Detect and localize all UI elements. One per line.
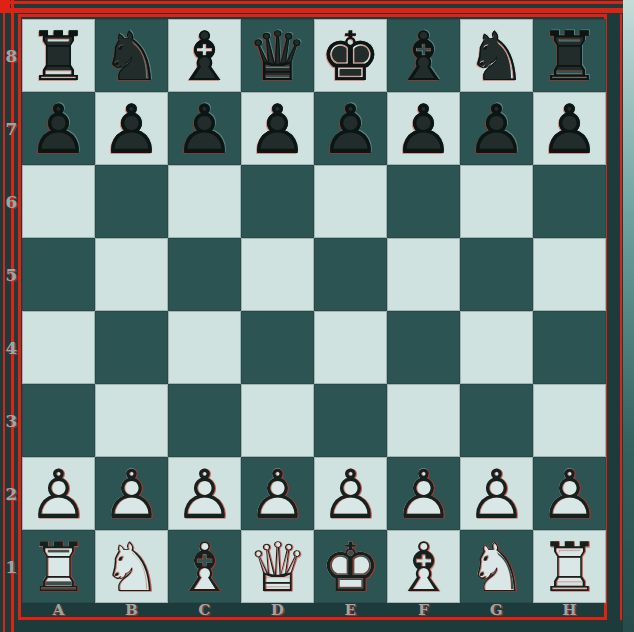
piece-white-queen[interactable]: ♛♕ [241,530,314,603]
piece-black-pawn[interactable]: ♟♙ [95,92,168,165]
square-b6[interactable] [95,165,168,238]
piece-white-pawn[interactable]: ♟♙ [314,457,387,530]
frame-top-line-outer [0,1,623,4]
chess-app: ♜♖♞♘♝♗♛♕♚♔♝♗♞♘♜♖♟♙♟♙♟♙♟♙♟♙♟♙♟♙♟♙♟♙♟♙♟♙♟♙… [0,0,634,632]
square-g7[interactable]: ♟♙ [460,92,533,165]
piece-outline-glyph: ♗ [387,19,460,92]
piece-white-bishop[interactable]: ♝♗ [168,530,241,603]
piece-outline-glyph: ♖ [22,19,95,92]
rank-label-7: 7 [2,92,21,165]
square-c7[interactable]: ♟♙ [168,92,241,165]
square-d2[interactable]: ♟♙ [241,457,314,530]
piece-outline-glyph: ♔ [314,530,387,603]
rank-label-3: 3 [2,384,21,457]
piece-outline-glyph: ♙ [22,457,95,530]
right-edge-strip [623,0,634,632]
piece-outline-glyph: ♙ [460,457,533,530]
square-g5[interactable] [460,238,533,311]
file-labels: ABCDEFGH [22,601,606,618]
square-f3[interactable] [387,384,460,457]
piece-white-king[interactable]: ♚♔ [314,530,387,603]
frame-top-line-inner [0,8,623,13]
square-e8[interactable]: ♚♔ [314,19,387,92]
square-b1[interactable]: ♞♘ [95,530,168,603]
square-f1[interactable]: ♝♗ [387,530,460,603]
piece-outline-glyph: ♖ [22,530,95,603]
piece-outline-glyph: ♖ [533,530,606,603]
piece-black-pawn[interactable]: ♟♙ [460,92,533,165]
file-label-a: A [22,601,95,618]
rank-label-4: 4 [2,311,21,384]
piece-outline-glyph: ♘ [95,19,168,92]
square-c2[interactable]: ♟♙ [168,457,241,530]
square-a1[interactable]: ♜♖ [22,530,95,603]
square-b2[interactable]: ♟♙ [95,457,168,530]
square-d8[interactable]: ♛♕ [241,19,314,92]
rank-label-5: 5 [2,238,21,311]
square-b5[interactable] [95,238,168,311]
square-a5[interactable] [22,238,95,311]
square-c8[interactable]: ♝♗ [168,19,241,92]
piece-black-pawn[interactable]: ♟♙ [241,92,314,165]
piece-white-pawn[interactable]: ♟♙ [95,457,168,530]
square-h6[interactable] [533,165,606,238]
square-b8[interactable]: ♞♘ [95,19,168,92]
piece-black-rook[interactable]: ♜♖ [22,19,95,92]
square-e4[interactable] [314,311,387,384]
piece-black-pawn[interactable]: ♟♙ [22,92,95,165]
piece-black-pawn[interactable]: ♟♙ [168,92,241,165]
file-label-g: G [460,601,533,618]
square-e6[interactable] [314,165,387,238]
piece-outline-glyph: ♙ [314,92,387,165]
piece-white-pawn[interactable]: ♟♙ [387,457,460,530]
square-g3[interactable] [460,384,533,457]
piece-black-bishop[interactable]: ♝♗ [387,19,460,92]
square-h3[interactable] [533,384,606,457]
rank-label-8: 8 [2,19,21,92]
square-g2[interactable]: ♟♙ [460,457,533,530]
square-f8[interactable]: ♝♗ [387,19,460,92]
piece-outline-glyph: ♘ [95,530,168,603]
piece-outline-glyph: ♙ [168,92,241,165]
square-f4[interactable] [387,311,460,384]
piece-black-rook[interactable]: ♜♖ [533,19,606,92]
square-b7[interactable]: ♟♙ [95,92,168,165]
piece-outline-glyph: ♙ [533,92,606,165]
square-h4[interactable] [533,311,606,384]
piece-white-pawn[interactable]: ♟♙ [168,457,241,530]
piece-outline-glyph: ♙ [241,457,314,530]
file-label-b: B [95,601,168,618]
square-e7[interactable]: ♟♙ [314,92,387,165]
square-c4[interactable] [168,311,241,384]
piece-white-pawn[interactable]: ♟♙ [533,457,606,530]
piece-black-bishop[interactable]: ♝♗ [168,19,241,92]
square-c1[interactable]: ♝♗ [168,530,241,603]
piece-outline-glyph: ♘ [460,19,533,92]
square-d6[interactable] [241,165,314,238]
square-d4[interactable] [241,311,314,384]
piece-outline-glyph: ♙ [387,457,460,530]
square-b4[interactable] [95,311,168,384]
piece-black-king[interactable]: ♚♔ [314,19,387,92]
piece-white-pawn[interactable]: ♟♙ [22,457,95,530]
square-e2[interactable]: ♟♙ [314,457,387,530]
file-label-h: H [533,601,606,618]
square-a8[interactable]: ♜♖ [22,19,95,92]
piece-outline-glyph: ♕ [241,19,314,92]
piece-outline-glyph: ♘ [460,530,533,603]
square-e1[interactable]: ♚♔ [314,530,387,603]
square-d5[interactable] [241,238,314,311]
square-c3[interactable] [168,384,241,457]
square-h2[interactable]: ♟♙ [533,457,606,530]
square-c6[interactable] [168,165,241,238]
square-g4[interactable] [460,311,533,384]
square-d3[interactable] [241,384,314,457]
piece-white-bishop[interactable]: ♝♗ [387,530,460,603]
square-b3[interactable] [95,384,168,457]
square-e3[interactable] [314,384,387,457]
piece-outline-glyph: ♗ [168,530,241,603]
frame-right-line [620,14,622,620]
piece-outline-glyph: ♗ [168,19,241,92]
file-label-c: C [168,601,241,618]
file-label-d: D [241,601,314,618]
piece-outline-glyph: ♗ [387,530,460,603]
piece-outline-glyph: ♖ [533,19,606,92]
frame-corner-mark [0,0,10,13]
piece-white-rook[interactable]: ♜♖ [533,530,606,603]
square-a4[interactable] [22,311,95,384]
piece-black-pawn[interactable]: ♟♙ [314,92,387,165]
piece-outline-glyph: ♙ [460,92,533,165]
square-h8[interactable]: ♜♖ [533,19,606,92]
piece-white-knight[interactable]: ♞♘ [95,530,168,603]
square-f5[interactable] [387,238,460,311]
square-a6[interactable] [22,165,95,238]
square-h7[interactable]: ♟♙ [533,92,606,165]
piece-black-queen[interactable]: ♛♕ [241,19,314,92]
piece-outline-glyph: ♕ [241,530,314,603]
square-d1[interactable]: ♛♕ [241,530,314,603]
piece-white-rook[interactable]: ♜♖ [22,530,95,603]
square-h5[interactable] [533,238,606,311]
piece-white-pawn[interactable]: ♟♙ [460,457,533,530]
square-g6[interactable] [460,165,533,238]
square-g1[interactable]: ♞♘ [460,530,533,603]
piece-outline-glyph: ♙ [314,457,387,530]
rank-label-6: 6 [2,165,21,238]
square-d7[interactable]: ♟♙ [241,92,314,165]
square-h1[interactable]: ♜♖ [533,530,606,603]
square-a7[interactable]: ♟♙ [22,92,95,165]
piece-outline-glyph: ♙ [22,92,95,165]
square-c5[interactable] [168,238,241,311]
piece-outline-glyph: ♙ [241,92,314,165]
rank-label-2: 2 [2,457,21,530]
piece-white-knight[interactable]: ♞♘ [460,530,533,603]
piece-outline-glyph: ♙ [95,92,168,165]
piece-outline-glyph: ♙ [95,457,168,530]
piece-black-pawn[interactable]: ♟♙ [387,92,460,165]
rank-labels: 87654321 [2,19,21,603]
piece-outline-glyph: ♙ [387,92,460,165]
file-label-e: E [314,601,387,618]
rank-label-1: 1 [2,530,21,603]
square-f6[interactable] [387,165,460,238]
piece-black-knight[interactable]: ♞♘ [95,19,168,92]
square-a3[interactable] [22,384,95,457]
piece-outline-glyph: ♙ [533,457,606,530]
file-label-f: F [387,601,460,618]
square-a2[interactable]: ♟♙ [22,457,95,530]
piece-black-knight[interactable]: ♞♘ [460,19,533,92]
board-grid: ♜♖♞♘♝♗♛♕♚♔♝♗♞♘♜♖♟♙♟♙♟♙♟♙♟♙♟♙♟♙♟♙♟♙♟♙♟♙♟♙… [22,19,606,603]
piece-outline-glyph: ♔ [314,19,387,92]
square-f2[interactable]: ♟♙ [387,457,460,530]
square-g8[interactable]: ♞♘ [460,19,533,92]
piece-outline-glyph: ♙ [168,457,241,530]
square-f7[interactable]: ♟♙ [387,92,460,165]
square-e5[interactable] [314,238,387,311]
piece-white-pawn[interactable]: ♟♙ [241,457,314,530]
piece-black-pawn[interactable]: ♟♙ [533,92,606,165]
